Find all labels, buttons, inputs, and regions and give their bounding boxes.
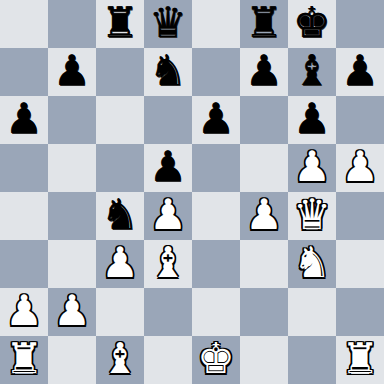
piece-black-pawn[interactable]: ♟ [293, 95, 331, 143]
piece-black-rook[interactable]: ♜ [245, 0, 283, 47]
piece-black-pawn[interactable]: ♟ [53, 47, 91, 95]
square-g3[interactable]: ♞ [288, 240, 336, 288]
square-a5[interactable] [0, 144, 48, 192]
square-a1[interactable]: ♜ [0, 336, 48, 384]
piece-white-pawn[interactable]: ♟ [101, 239, 139, 287]
square-d4[interactable]: ♟ [144, 192, 192, 240]
square-c2[interactable] [96, 288, 144, 336]
square-g1[interactable] [288, 336, 336, 384]
square-c6[interactable] [96, 96, 144, 144]
square-c4[interactable]: ♞ [96, 192, 144, 240]
piece-black-pawn[interactable]: ♟ [341, 47, 379, 95]
square-e3[interactable] [192, 240, 240, 288]
piece-white-pawn[interactable]: ♟ [341, 143, 379, 191]
square-g8[interactable]: ♚ [288, 0, 336, 48]
square-c5[interactable] [96, 144, 144, 192]
square-b5[interactable] [48, 144, 96, 192]
square-b1[interactable] [48, 336, 96, 384]
square-d2[interactable] [144, 288, 192, 336]
square-d7[interactable]: ♞ [144, 48, 192, 96]
square-e8[interactable] [192, 0, 240, 48]
piece-black-knight[interactable]: ♞ [149, 47, 187, 95]
square-e5[interactable] [192, 144, 240, 192]
square-h6[interactable] [336, 96, 384, 144]
square-c8[interactable]: ♜ [96, 0, 144, 48]
square-e7[interactable] [192, 48, 240, 96]
square-a4[interactable] [0, 192, 48, 240]
piece-white-rook[interactable]: ♜ [5, 335, 43, 383]
square-e1[interactable]: ♚ [192, 336, 240, 384]
square-h2[interactable] [336, 288, 384, 336]
chess-board: ♜♛♜♚♟♞♟♝♟♟♟♟♟♟♟♞♟♟♛♟♝♞♟♟♜♝♚♜ [0, 0, 384, 384]
square-f5[interactable] [240, 144, 288, 192]
piece-white-bishop[interactable]: ♝ [101, 335, 139, 383]
square-a7[interactable] [0, 48, 48, 96]
piece-white-pawn[interactable]: ♟ [53, 287, 91, 335]
piece-black-pawn[interactable]: ♟ [197, 95, 235, 143]
square-b4[interactable] [48, 192, 96, 240]
square-e4[interactable] [192, 192, 240, 240]
piece-white-pawn[interactable]: ♟ [245, 191, 283, 239]
piece-black-knight[interactable]: ♞ [101, 191, 139, 239]
square-h1[interactable]: ♜ [336, 336, 384, 384]
square-d1[interactable] [144, 336, 192, 384]
piece-white-pawn[interactable]: ♟ [293, 143, 331, 191]
square-e2[interactable] [192, 288, 240, 336]
piece-black-queen[interactable]: ♛ [149, 0, 187, 47]
square-b6[interactable] [48, 96, 96, 144]
square-d5[interactable]: ♟ [144, 144, 192, 192]
square-b8[interactable] [48, 0, 96, 48]
piece-black-pawn[interactable]: ♟ [245, 47, 283, 95]
piece-white-king[interactable]: ♚ [197, 335, 235, 383]
piece-white-rook[interactable]: ♜ [341, 335, 379, 383]
piece-white-bishop[interactable]: ♝ [149, 239, 187, 287]
square-d3[interactable]: ♝ [144, 240, 192, 288]
square-b2[interactable]: ♟ [48, 288, 96, 336]
square-g6[interactable]: ♟ [288, 96, 336, 144]
square-h8[interactable] [336, 0, 384, 48]
square-g2[interactable] [288, 288, 336, 336]
square-h4[interactable] [336, 192, 384, 240]
square-b3[interactable] [48, 240, 96, 288]
square-f8[interactable]: ♜ [240, 0, 288, 48]
square-b7[interactable]: ♟ [48, 48, 96, 96]
piece-white-pawn[interactable]: ♟ [5, 287, 43, 335]
square-g5[interactable]: ♟ [288, 144, 336, 192]
square-g7[interactable]: ♝ [288, 48, 336, 96]
square-h7[interactable]: ♟ [336, 48, 384, 96]
piece-black-rook[interactable]: ♜ [101, 0, 139, 47]
piece-white-queen[interactable]: ♛ [293, 191, 331, 239]
square-c3[interactable]: ♟ [96, 240, 144, 288]
square-g4[interactable]: ♛ [288, 192, 336, 240]
square-a2[interactable]: ♟ [0, 288, 48, 336]
piece-black-king[interactable]: ♚ [293, 0, 331, 47]
piece-black-pawn[interactable]: ♟ [149, 143, 187, 191]
chess-board-container: ♜♛♜♚♟♞♟♝♟♟♟♟♟♟♟♞♟♟♛♟♝♞♟♟♜♝♚♜ [0, 0, 384, 384]
piece-white-pawn[interactable]: ♟ [149, 191, 187, 239]
square-f1[interactable] [240, 336, 288, 384]
square-c7[interactable] [96, 48, 144, 96]
square-a6[interactable]: ♟ [0, 96, 48, 144]
piece-white-knight[interactable]: ♞ [293, 239, 331, 287]
square-f2[interactable] [240, 288, 288, 336]
square-d6[interactable] [144, 96, 192, 144]
square-f4[interactable]: ♟ [240, 192, 288, 240]
square-a3[interactable] [0, 240, 48, 288]
square-a8[interactable] [0, 0, 48, 48]
square-f7[interactable]: ♟ [240, 48, 288, 96]
piece-black-pawn[interactable]: ♟ [5, 95, 43, 143]
square-e6[interactable]: ♟ [192, 96, 240, 144]
square-h3[interactable] [336, 240, 384, 288]
square-f3[interactable] [240, 240, 288, 288]
square-f6[interactable] [240, 96, 288, 144]
square-d8[interactable]: ♛ [144, 0, 192, 48]
square-h5[interactable]: ♟ [336, 144, 384, 192]
square-c1[interactable]: ♝ [96, 336, 144, 384]
piece-black-bishop[interactable]: ♝ [293, 47, 331, 95]
